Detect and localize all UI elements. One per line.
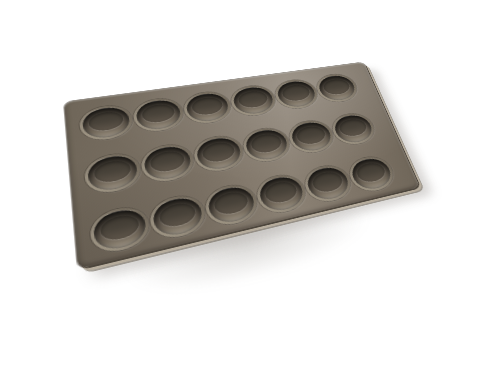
cup-floor bbox=[100, 213, 141, 243]
product-photo bbox=[0, 0, 480, 369]
cup-cavity bbox=[87, 153, 140, 194]
cup-floor bbox=[149, 149, 186, 174]
cup-floor bbox=[321, 78, 352, 96]
muffin-cup-r3c3 bbox=[202, 181, 261, 229]
muffin-cup-r3c5 bbox=[300, 162, 355, 205]
cup-cavity bbox=[243, 127, 291, 162]
cup-floor bbox=[158, 201, 197, 230]
cup-floor bbox=[88, 110, 124, 133]
cup-floor bbox=[263, 179, 299, 205]
cup-floor bbox=[280, 83, 312, 102]
cup-cavity bbox=[316, 74, 359, 103]
cup-floor bbox=[212, 190, 249, 217]
cup-cavity bbox=[331, 113, 376, 145]
cup-cavity bbox=[288, 120, 334, 154]
cup-cavity bbox=[274, 79, 318, 109]
cup-cavity bbox=[256, 174, 306, 214]
muffin-cup-r3c2 bbox=[148, 192, 209, 243]
muffin-cup-r2c3 bbox=[191, 133, 247, 175]
cup-cavity bbox=[206, 184, 258, 226]
muffin-cup-r3c6 bbox=[345, 154, 399, 195]
cup-floor bbox=[310, 170, 345, 194]
muffin-cup-r1c3 bbox=[181, 89, 234, 126]
muffin-cup-r3c1 bbox=[89, 203, 152, 257]
cup-floor bbox=[295, 125, 328, 146]
cup-floor bbox=[237, 89, 270, 109]
cup-floor bbox=[190, 96, 224, 117]
cup-floor bbox=[337, 117, 369, 137]
muffin-cup-r2c5 bbox=[285, 118, 337, 156]
cup-cavity bbox=[348, 156, 395, 192]
cup-floor bbox=[249, 132, 283, 154]
cup-floor bbox=[354, 161, 388, 184]
muffin-cup-r1c2 bbox=[131, 96, 186, 135]
cup-cavity bbox=[231, 85, 277, 116]
cup-cavity bbox=[81, 105, 131, 141]
cup-cavity bbox=[304, 165, 353, 203]
cup-floor bbox=[93, 158, 131, 184]
cup-floor bbox=[201, 140, 237, 164]
cup-floor bbox=[141, 103, 176, 125]
cup-cavity bbox=[184, 91, 231, 124]
cup-cavity bbox=[92, 206, 148, 253]
cup-cavity bbox=[194, 135, 243, 172]
cup-cavity bbox=[135, 98, 183, 132]
muffin-cup-r2c2 bbox=[139, 141, 197, 185]
muffin-cup-r2c6 bbox=[328, 111, 379, 147]
muffin-cup-r2c1 bbox=[83, 150, 143, 196]
muffin-cup-r3c4 bbox=[253, 171, 310, 217]
muffin-cup-r1c5 bbox=[272, 77, 322, 111]
muffin-cup-r1c4 bbox=[228, 83, 279, 118]
muffin-cup-r1c6 bbox=[313, 72, 362, 104]
muffin-cup-r1c1 bbox=[78, 103, 134, 143]
cup-cavity bbox=[142, 144, 193, 183]
cup-cavity bbox=[151, 195, 205, 240]
muffin-cup-r2c4 bbox=[240, 125, 294, 165]
